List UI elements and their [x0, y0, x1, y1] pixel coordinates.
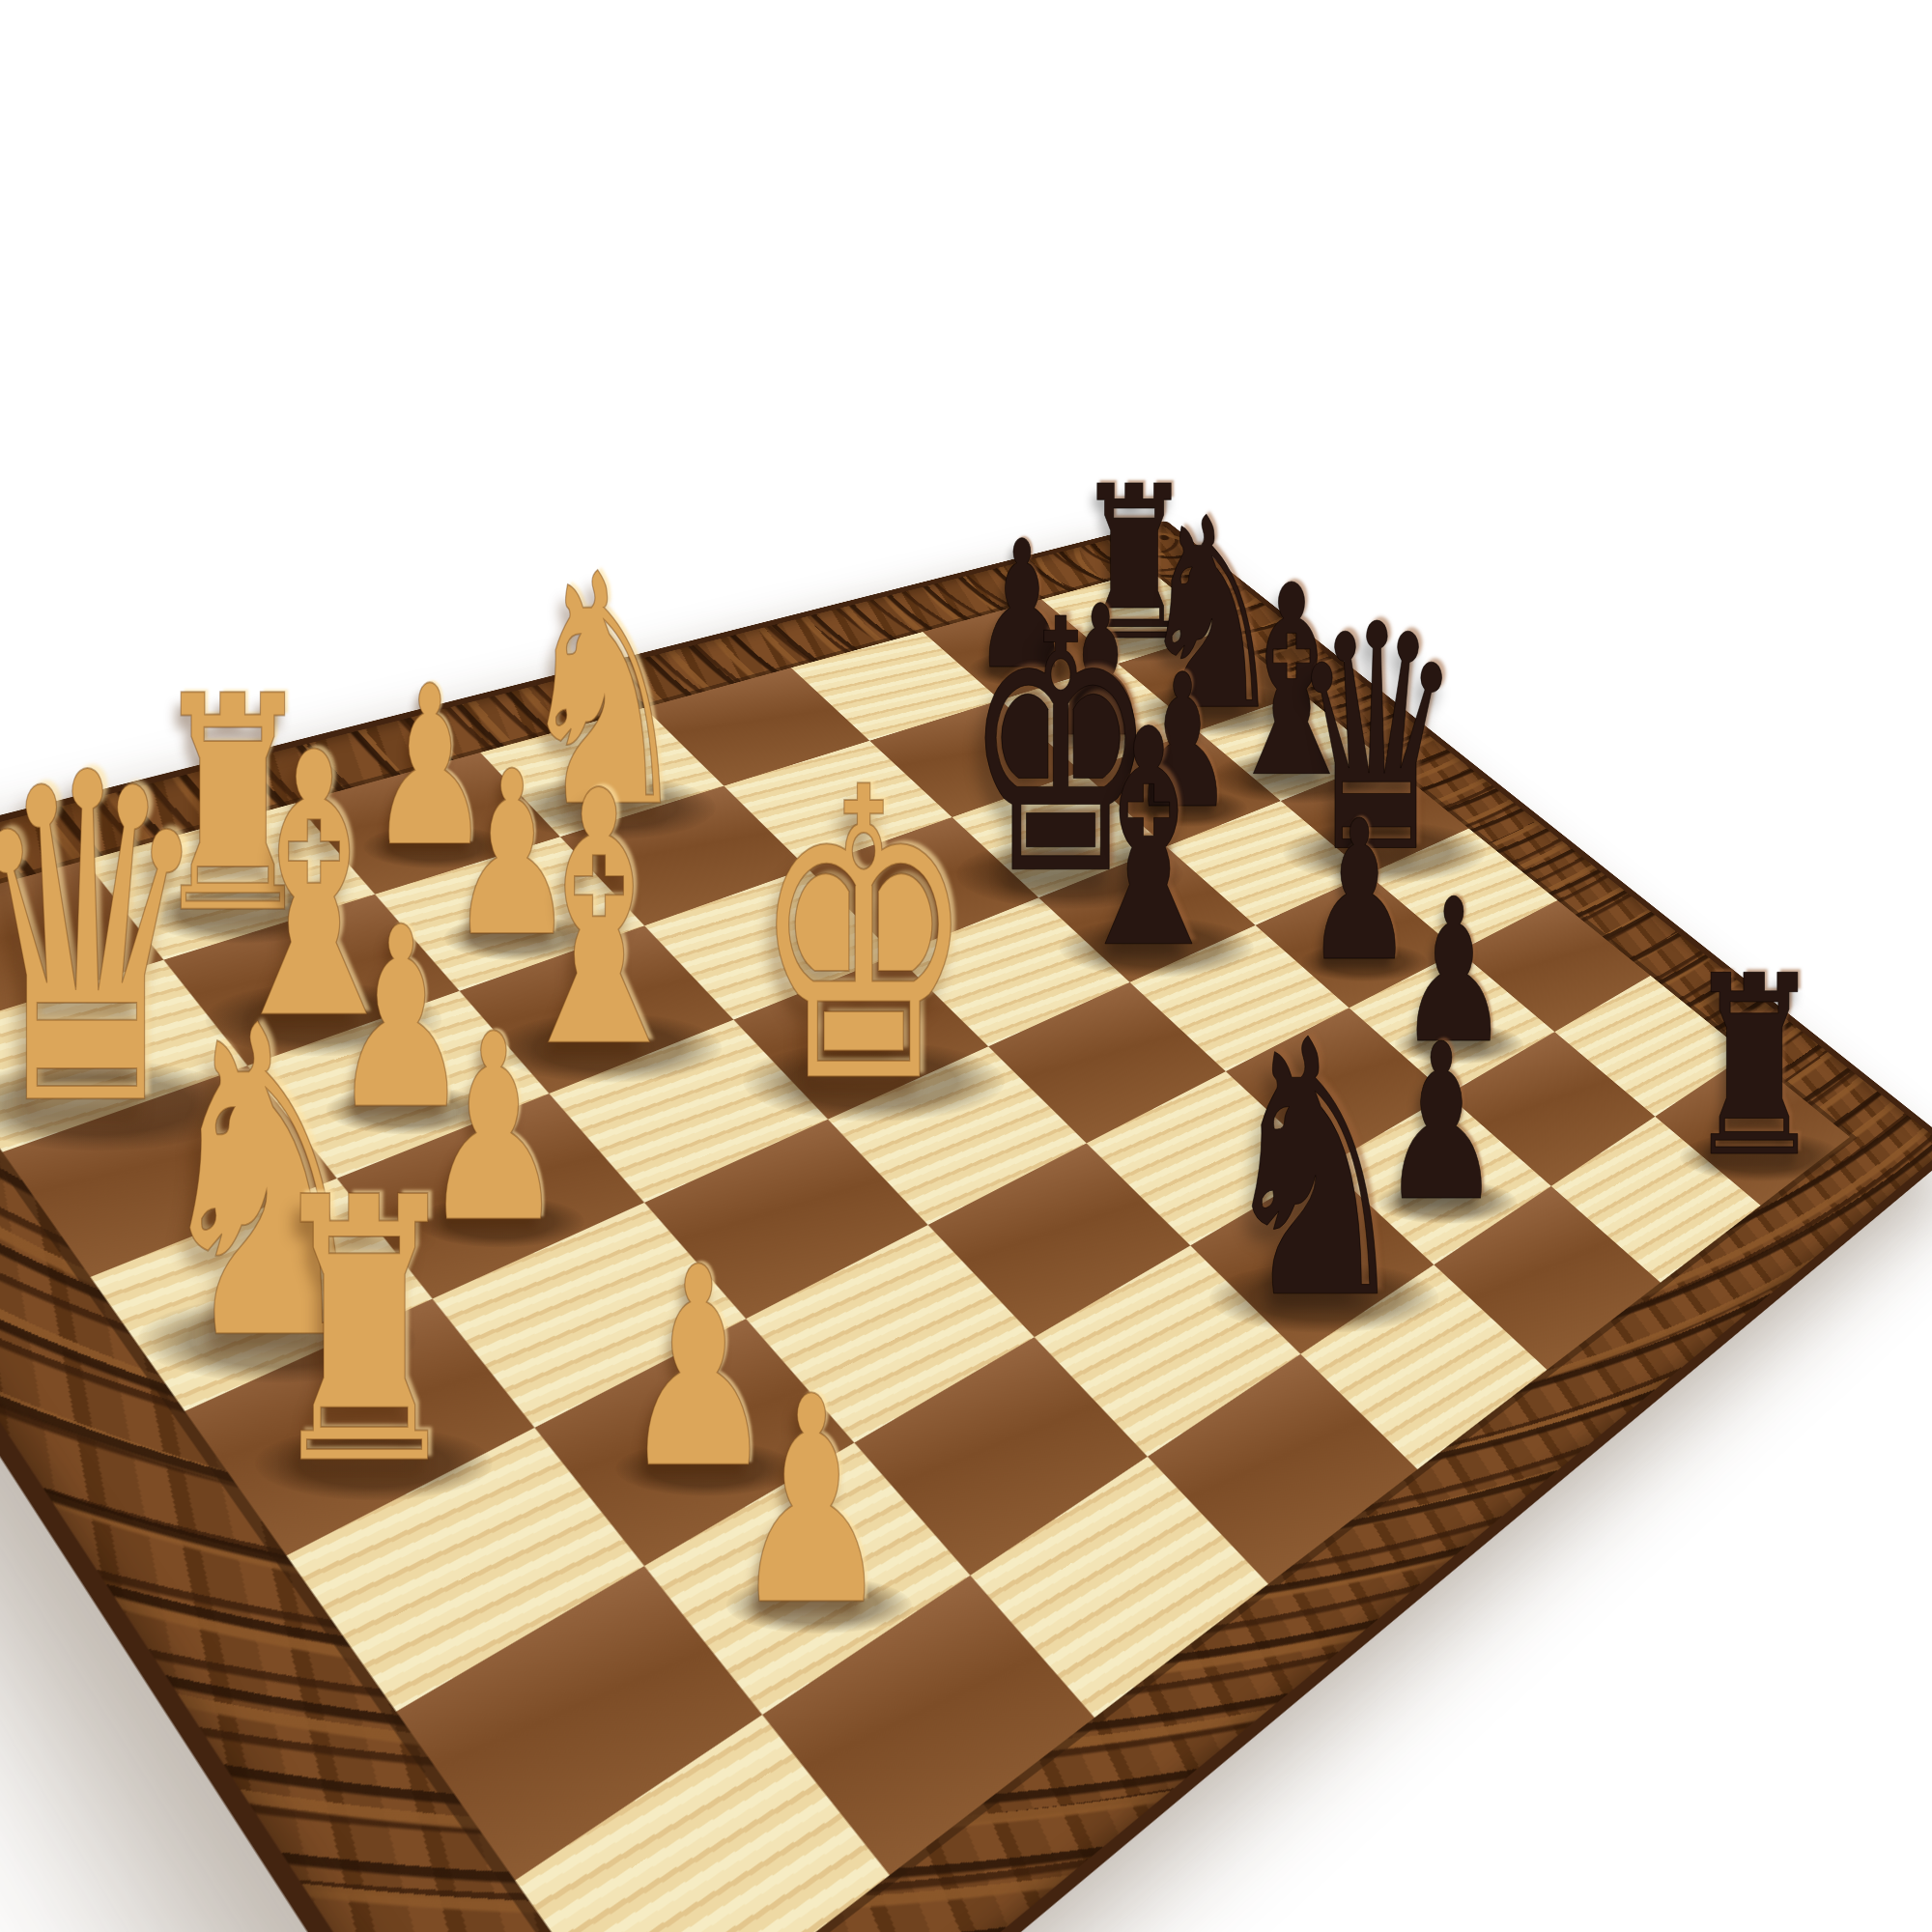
piece-white-pawn[interactable]: ♟: [731, 1359, 890, 1645]
product-photo-page: { "game": "chess", "position": { "fen": …: [0, 0, 1932, 1932]
piece-black-pawn[interactable]: ♟: [1305, 795, 1412, 988]
piece-black-knight[interactable]: ♞: [1216, 994, 1412, 1347]
piece-black-bishop[interactable]: ♝: [1065, 691, 1232, 990]
piece-white-king[interactable]: ♚: [752, 736, 975, 1138]
piece-white-rook[interactable]: ♜: [263, 1151, 466, 1515]
piece-black-rook[interactable]: ♜: [1685, 943, 1823, 1191]
